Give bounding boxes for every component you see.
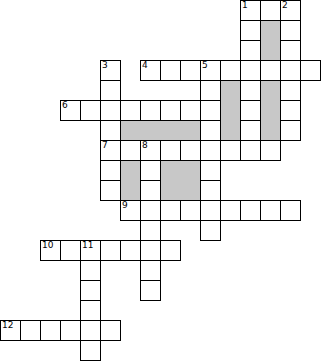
- grid-cell-c4-r13[interactable]: [80, 260, 101, 281]
- grid-cell-c11-r10[interactable]: [220, 200, 241, 221]
- grid-cell-c5-r8[interactable]: [100, 160, 121, 181]
- grid-cell-c8-r12[interactable]: [160, 240, 181, 261]
- grid-cell-c10-r8[interactable]: [200, 160, 221, 181]
- grid-cell-c1-r16[interactable]: [20, 320, 41, 341]
- grid-cell-c8-r7[interactable]: [160, 140, 181, 161]
- grid-cell-c5-r9[interactable]: [100, 180, 121, 201]
- grid-cell-c12-r4[interactable]: [240, 80, 261, 101]
- grid-cell-c11-r7[interactable]: [220, 140, 241, 161]
- grid-cell-c7-r12[interactable]: [140, 240, 161, 261]
- grid-cell-c13-r0[interactable]: [260, 0, 281, 21]
- clue-number-3: 3: [102, 61, 108, 70]
- shaded-block: [260, 20, 281, 61]
- grid-cell-c10-r11[interactable]: [200, 220, 221, 241]
- grid-cell-c14-r3[interactable]: [280, 60, 301, 81]
- grid-cell-c9-r7[interactable]: [180, 140, 201, 161]
- grid-cell-c14-r4[interactable]: [280, 80, 301, 101]
- crossword-board: 123456789101112: [0, 0, 321, 361]
- grid-cell-c10-r10[interactable]: [200, 200, 221, 221]
- grid-cell-c13-r3[interactable]: [260, 60, 281, 81]
- grid-cell-c10-r6[interactable]: [200, 120, 221, 141]
- grid-cell-c9-r3[interactable]: [180, 60, 201, 81]
- grid-cell-c8-r3[interactable]: [160, 60, 181, 81]
- grid-cell-c5-r5[interactable]: [100, 100, 121, 121]
- grid-cell-c15-r3[interactable]: [300, 60, 321, 81]
- grid-cell-c9-r10[interactable]: [180, 200, 201, 221]
- clue-number-2: 2: [282, 1, 288, 10]
- grid-cell-c3-r12[interactable]: [60, 240, 81, 261]
- grid-cell-c6-r5[interactable]: [120, 100, 141, 121]
- grid-cell-c12-r5[interactable]: [240, 100, 261, 121]
- grid-cell-c14-r10[interactable]: [280, 200, 301, 221]
- grid-cell-c7-r13[interactable]: [140, 260, 161, 281]
- grid-cell-c12-r2[interactable]: [240, 40, 261, 61]
- grid-cell-c14-r5[interactable]: [280, 100, 301, 121]
- grid-cell-c7-r10[interactable]: [140, 200, 161, 221]
- grid-cell-c8-r5[interactable]: [160, 100, 181, 121]
- grid-cell-c7-r14[interactable]: [140, 280, 161, 301]
- clue-number-5: 5: [202, 61, 208, 70]
- grid-cell-c5-r4[interactable]: [100, 80, 121, 101]
- clue-number-10: 10: [42, 241, 53, 250]
- grid-cell-c2-r16[interactable]: [40, 320, 61, 341]
- grid-cell-c6-r12[interactable]: [120, 240, 141, 261]
- grid-cell-c5-r12[interactable]: [100, 240, 121, 261]
- grid-cell-c10-r5[interactable]: [200, 100, 221, 121]
- grid-cell-c14-r6[interactable]: [280, 120, 301, 141]
- grid-cell-c5-r16[interactable]: [100, 320, 121, 341]
- clue-number-12: 12: [2, 321, 13, 330]
- shaded-block: [120, 120, 201, 141]
- grid-cell-c12-r1[interactable]: [240, 20, 261, 41]
- grid-cell-c8-r10[interactable]: [160, 200, 181, 221]
- clue-number-9: 9: [122, 201, 128, 210]
- clue-number-7: 7: [102, 141, 108, 150]
- grid-cell-c7-r9[interactable]: [140, 180, 161, 201]
- clue-number-11: 11: [82, 241, 93, 250]
- grid-cell-c4-r15[interactable]: [80, 300, 101, 321]
- grid-cell-c11-r3[interactable]: [220, 60, 241, 81]
- clue-number-4: 4: [142, 61, 148, 70]
- grid-cell-c4-r14[interactable]: [80, 280, 101, 301]
- clue-number-8: 8: [142, 141, 148, 150]
- grid-cell-c4-r17[interactable]: [80, 340, 101, 361]
- grid-cell-c3-r16[interactable]: [60, 320, 81, 341]
- grid-cell-c7-r11[interactable]: [140, 220, 161, 241]
- grid-cell-c14-r2[interactable]: [280, 40, 301, 61]
- grid-cell-c6-r7[interactable]: [120, 140, 141, 161]
- grid-cell-c7-r8[interactable]: [140, 160, 161, 181]
- grid-cell-c13-r10[interactable]: [260, 200, 281, 221]
- grid-cell-c4-r5[interactable]: [80, 100, 101, 121]
- shaded-block: [220, 80, 241, 141]
- grid-cell-c10-r9[interactable]: [200, 180, 221, 201]
- grid-cell-c12-r3[interactable]: [240, 60, 261, 81]
- grid-cell-c12-r6[interactable]: [240, 120, 261, 141]
- grid-cell-c14-r1[interactable]: [280, 20, 301, 41]
- shaded-block: [120, 160, 141, 201]
- shaded-block: [260, 80, 281, 141]
- grid-cell-c9-r5[interactable]: [180, 100, 201, 121]
- clue-number-6: 6: [62, 101, 68, 110]
- shaded-block: [160, 160, 201, 201]
- grid-cell-c12-r7[interactable]: [240, 140, 261, 161]
- grid-cell-c7-r5[interactable]: [140, 100, 161, 121]
- grid-cell-c12-r10[interactable]: [240, 200, 261, 221]
- grid-cell-c5-r6[interactable]: [100, 120, 121, 141]
- grid-cell-c4-r16[interactable]: [80, 320, 101, 341]
- grid-cell-c13-r7[interactable]: [260, 140, 281, 161]
- grid-cell-c10-r4[interactable]: [200, 80, 221, 101]
- clue-number-1: 1: [242, 1, 248, 10]
- grid-cell-c10-r7[interactable]: [200, 140, 221, 161]
